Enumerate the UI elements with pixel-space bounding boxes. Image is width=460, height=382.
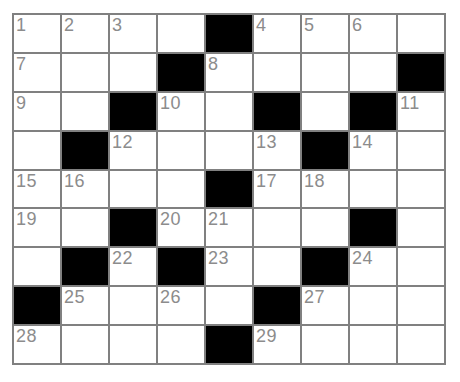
clue-number: 10 (160, 94, 181, 112)
black-cell-r8c4 (206, 326, 252, 363)
black-cell-r5c7 (350, 209, 396, 246)
cell-r8c3[interactable] (158, 326, 204, 363)
clue-number: 29 (256, 327, 277, 345)
cell-r8c8[interactable] (398, 326, 444, 363)
cell-r6c7[interactable]: 24 (350, 248, 396, 285)
clue-number: 24 (352, 249, 373, 267)
crossword-board: 1234567891011121314151617181920212223242… (12, 13, 446, 365)
cell-r0c8[interactable] (398, 15, 444, 52)
black-cell-r0c4 (206, 15, 252, 52)
clue-number: 14 (352, 133, 373, 151)
black-cell-r6c1 (62, 248, 108, 285)
clue-number: 3 (112, 16, 123, 34)
clue-number: 19 (16, 210, 37, 228)
cell-r6c8[interactable] (398, 248, 444, 285)
cell-r3c5[interactable]: 13 (254, 132, 300, 169)
cell-r8c1[interactable] (62, 326, 108, 363)
cell-r3c8[interactable] (398, 132, 444, 169)
clue-number: 25 (64, 288, 85, 306)
cell-r5c8[interactable] (398, 209, 444, 246)
black-cell-r2c7 (350, 93, 396, 130)
clue-number: 8 (208, 55, 219, 73)
cell-r4c7[interactable] (350, 171, 396, 208)
crossword-page: 1234567891011121314151617181920212223242… (0, 0, 460, 382)
cell-r7c6[interactable]: 27 (302, 287, 348, 324)
clue-number: 22 (112, 249, 133, 267)
cell-r4c6[interactable]: 18 (302, 171, 348, 208)
cell-r7c8[interactable] (398, 287, 444, 324)
cell-r3c0[interactable] (14, 132, 60, 169)
cell-r8c7[interactable] (350, 326, 396, 363)
black-cell-r4c4 (206, 171, 252, 208)
clue-number: 20 (160, 210, 181, 228)
black-cell-r3c1 (62, 132, 108, 169)
cell-r3c3[interactable] (158, 132, 204, 169)
cell-r0c3[interactable] (158, 15, 204, 52)
cell-r8c5[interactable]: 29 (254, 326, 300, 363)
clue-number: 23 (208, 249, 229, 267)
cell-r6c0[interactable] (14, 248, 60, 285)
cell-r7c3[interactable]: 26 (158, 287, 204, 324)
cell-r7c7[interactable] (350, 287, 396, 324)
cell-r7c2[interactable] (110, 287, 156, 324)
cell-r3c2[interactable]: 12 (110, 132, 156, 169)
cell-r2c4[interactable] (206, 93, 252, 130)
black-cell-r2c2 (110, 93, 156, 130)
cell-r0c5[interactable]: 4 (254, 15, 300, 52)
cell-r0c1[interactable]: 2 (62, 15, 108, 52)
cell-r8c0[interactable]: 28 (14, 326, 60, 363)
clue-number: 7 (16, 55, 27, 73)
cell-r1c5[interactable] (254, 54, 300, 91)
black-cell-r5c2 (110, 209, 156, 246)
clue-number: 15 (16, 172, 37, 190)
clue-number: 18 (304, 172, 325, 190)
cell-r8c6[interactable] (302, 326, 348, 363)
cell-r7c1[interactable]: 25 (62, 287, 108, 324)
clue-number: 16 (64, 172, 85, 190)
cell-r4c0[interactable]: 15 (14, 171, 60, 208)
cell-r1c7[interactable] (350, 54, 396, 91)
clue-number: 2 (64, 16, 75, 34)
cell-r4c8[interactable] (398, 171, 444, 208)
cell-r4c5[interactable]: 17 (254, 171, 300, 208)
cell-r0c0[interactable]: 1 (14, 15, 60, 52)
cell-r2c3[interactable]: 10 (158, 93, 204, 130)
cell-r2c8[interactable]: 11 (398, 93, 444, 130)
cell-r1c6[interactable] (302, 54, 348, 91)
cell-r0c7[interactable]: 6 (350, 15, 396, 52)
cell-r6c2[interactable]: 22 (110, 248, 156, 285)
black-cell-r3c6 (302, 132, 348, 169)
cell-r0c2[interactable]: 3 (110, 15, 156, 52)
black-cell-r7c5 (254, 287, 300, 324)
clue-number: 28 (16, 327, 37, 345)
clue-number: 6 (352, 16, 363, 34)
cell-r1c4[interactable]: 8 (206, 54, 252, 91)
cell-r1c0[interactable]: 7 (14, 54, 60, 91)
black-cell-r7c0 (14, 287, 60, 324)
cell-r2c0[interactable]: 9 (14, 93, 60, 130)
black-cell-r1c8 (398, 54, 444, 91)
cell-r5c0[interactable]: 19 (14, 209, 60, 246)
cell-r5c5[interactable] (254, 209, 300, 246)
cell-r1c1[interactable] (62, 54, 108, 91)
black-cell-r6c6 (302, 248, 348, 285)
cell-r5c4[interactable]: 21 (206, 209, 252, 246)
cell-r3c4[interactable] (206, 132, 252, 169)
cell-r0c6[interactable]: 5 (302, 15, 348, 52)
clue-number: 27 (304, 288, 325, 306)
clue-number: 21 (208, 210, 229, 228)
cell-r8c2[interactable] (110, 326, 156, 363)
clue-number: 12 (112, 133, 133, 151)
cell-r7c4[interactable] (206, 287, 252, 324)
clue-number: 26 (160, 288, 181, 306)
cell-r5c1[interactable] (62, 209, 108, 246)
clue-number: 9 (16, 94, 27, 112)
cell-r4c2[interactable] (110, 171, 156, 208)
clue-number: 13 (256, 133, 277, 151)
cell-r5c6[interactable] (302, 209, 348, 246)
clue-number: 4 (256, 16, 267, 34)
clue-number: 1 (16, 16, 27, 34)
cell-r2c6[interactable] (302, 93, 348, 130)
black-cell-r1c3 (158, 54, 204, 91)
black-cell-r2c5 (254, 93, 300, 130)
cell-r3c7[interactable]: 14 (350, 132, 396, 169)
cell-r4c1[interactable]: 16 (62, 171, 108, 208)
cell-r4c3[interactable] (158, 171, 204, 208)
cell-r6c4[interactable]: 23 (206, 248, 252, 285)
black-cell-r6c3 (158, 248, 204, 285)
cell-r5c3[interactable]: 20 (158, 209, 204, 246)
clue-number: 11 (400, 94, 420, 112)
cell-r1c2[interactable] (110, 54, 156, 91)
cell-r2c1[interactable] (62, 93, 108, 130)
clue-number: 5 (304, 16, 315, 34)
clue-number: 17 (256, 172, 277, 190)
cell-r6c5[interactable] (254, 248, 300, 285)
